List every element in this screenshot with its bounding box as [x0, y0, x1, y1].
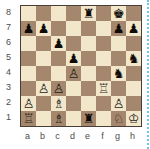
square-g6[interactable] [111, 36, 126, 51]
file-label-f: f [95, 129, 110, 143]
square-a3[interactable] [21, 81, 36, 96]
square-f3[interactable]: ♖ [96, 81, 111, 96]
rank-label-4: 4 [1, 65, 16, 80]
square-f2[interactable] [96, 96, 111, 111]
file-label-c: c [50, 129, 65, 143]
rank-label-2: 2 [1, 95, 16, 110]
square-h5[interactable]: ♞ [126, 51, 141, 66]
black-pawn-icon[interactable]: ♟ [113, 21, 125, 36]
square-b3[interactable]: ♙ [36, 81, 51, 96]
black-pawn-icon[interactable]: ♟ [53, 36, 65, 51]
square-a8[interactable] [21, 6, 36, 21]
rank-label-7: 7 [1, 20, 16, 35]
square-c6[interactable]: ♟ [51, 36, 66, 51]
square-c3[interactable]: ♙ [51, 81, 66, 96]
square-b6[interactable] [36, 36, 51, 51]
square-g1[interactable]: ♘ [111, 111, 126, 126]
rank-label-1: 1 [1, 110, 16, 125]
rank-label-3: 3 [1, 80, 16, 95]
square-h6[interactable] [126, 36, 141, 51]
white-pawn-icon[interactable]: ♙ [53, 81, 65, 96]
white-knight-icon[interactable]: ♘ [113, 111, 125, 126]
white-king-icon[interactable]: ♔ [128, 111, 140, 126]
square-e2[interactable] [81, 96, 96, 111]
square-e7[interactable] [81, 21, 96, 36]
square-b5[interactable] [36, 51, 51, 66]
square-f5[interactable] [96, 51, 111, 66]
rank-label-8: 8 [1, 5, 16, 20]
square-e1[interactable]: ♜ [81, 111, 96, 126]
square-a4[interactable] [21, 66, 36, 81]
square-d4[interactable]: ♙ [66, 66, 81, 81]
square-c5[interactable] [51, 51, 66, 66]
black-pawn-icon[interactable]: ♟ [68, 51, 80, 66]
square-b8[interactable] [36, 6, 51, 21]
square-g8[interactable]: ♚ [111, 6, 126, 21]
square-h2[interactable] [126, 96, 141, 111]
square-e3[interactable] [81, 81, 96, 96]
white-pawn-icon[interactable]: ♙ [23, 96, 35, 111]
file-label-e: e [80, 129, 95, 143]
file-label-d: d [65, 129, 80, 143]
rank-label-5: 5 [1, 50, 16, 65]
square-c7[interactable] [51, 21, 66, 36]
black-pawn-icon[interactable]: ♟ [38, 21, 50, 36]
square-g2[interactable]: ♙ [111, 96, 126, 111]
square-h4[interactable] [126, 66, 141, 81]
selection-marquee-right [147, 0, 149, 149]
rank-label-6: 6 [1, 35, 16, 50]
white-pawn-icon[interactable]: ♙ [68, 66, 80, 81]
black-rook-icon[interactable]: ♜ [83, 111, 95, 126]
square-c1[interactable]: ♗ [51, 111, 66, 126]
square-f8[interactable] [96, 6, 111, 21]
black-knight-icon[interactable]: ♞ [128, 51, 140, 66]
square-d1[interactable] [66, 111, 81, 126]
square-a5[interactable] [21, 51, 36, 66]
square-g4[interactable]: ♞ [111, 66, 126, 81]
square-a6[interactable] [21, 36, 36, 51]
white-bishop-icon[interactable]: ♗ [53, 111, 65, 126]
square-c2[interactable]: ♗ [51, 96, 66, 111]
square-c8[interactable] [51, 6, 66, 21]
square-b7[interactable]: ♟ [36, 21, 51, 36]
square-e8[interactable]: ♜ [81, 6, 96, 21]
black-king-icon[interactable]: ♚ [113, 6, 125, 21]
square-f4[interactable] [96, 66, 111, 81]
rank-labels: 87654321 [1, 5, 16, 125]
file-label-g: g [110, 129, 125, 143]
square-f1[interactable] [96, 111, 111, 126]
square-a7[interactable]: ♟ [21, 21, 36, 36]
square-f7[interactable] [96, 21, 111, 36]
square-d8[interactable] [66, 6, 81, 21]
white-rook-icon[interactable]: ♖ [23, 111, 35, 126]
square-d5[interactable]: ♟ [66, 51, 81, 66]
square-b1[interactable] [36, 111, 51, 126]
file-label-b: b [35, 129, 50, 143]
square-d7[interactable] [66, 21, 81, 36]
square-e4[interactable] [81, 66, 96, 81]
chess-board[interactable]: ♜♚♟♟♟♟♟♟♞♙♞♙♙♖♙♗♙♖♗♜♘♔ [20, 5, 142, 127]
square-c4[interactable] [51, 66, 66, 81]
square-g3[interactable] [111, 81, 126, 96]
file-labels: abcdefgh [20, 129, 142, 143]
square-d2[interactable] [66, 96, 81, 111]
square-h8[interactable] [126, 6, 141, 21]
white-pawn-icon[interactable]: ♙ [38, 81, 50, 96]
square-g5[interactable] [111, 51, 126, 66]
square-e6[interactable] [81, 36, 96, 51]
square-a2[interactable]: ♙ [21, 96, 36, 111]
black-pawn-icon[interactable]: ♟ [128, 21, 140, 36]
black-rook-icon[interactable]: ♜ [83, 6, 95, 21]
square-d3[interactable] [66, 81, 81, 96]
square-h1[interactable]: ♔ [126, 111, 141, 126]
white-pawn-icon[interactable]: ♙ [113, 96, 125, 111]
square-b4[interactable] [36, 66, 51, 81]
square-h3[interactable] [126, 81, 141, 96]
square-d6[interactable] [66, 36, 81, 51]
square-b2[interactable] [36, 96, 51, 111]
black-pawn-icon[interactable]: ♟ [23, 21, 35, 36]
black-knight-icon[interactable]: ♞ [113, 66, 125, 81]
white-rook-icon[interactable]: ♖ [98, 81, 110, 96]
square-h7[interactable]: ♟ [126, 21, 141, 36]
file-label-a: a [20, 129, 35, 143]
square-a1[interactable]: ♖ [21, 111, 36, 126]
square-e5[interactable] [81, 51, 96, 66]
square-f6[interactable] [96, 36, 111, 51]
file-label-h: h [125, 129, 140, 143]
square-g7[interactable]: ♟ [111, 21, 126, 36]
white-bishop-icon[interactable]: ♗ [53, 96, 65, 111]
